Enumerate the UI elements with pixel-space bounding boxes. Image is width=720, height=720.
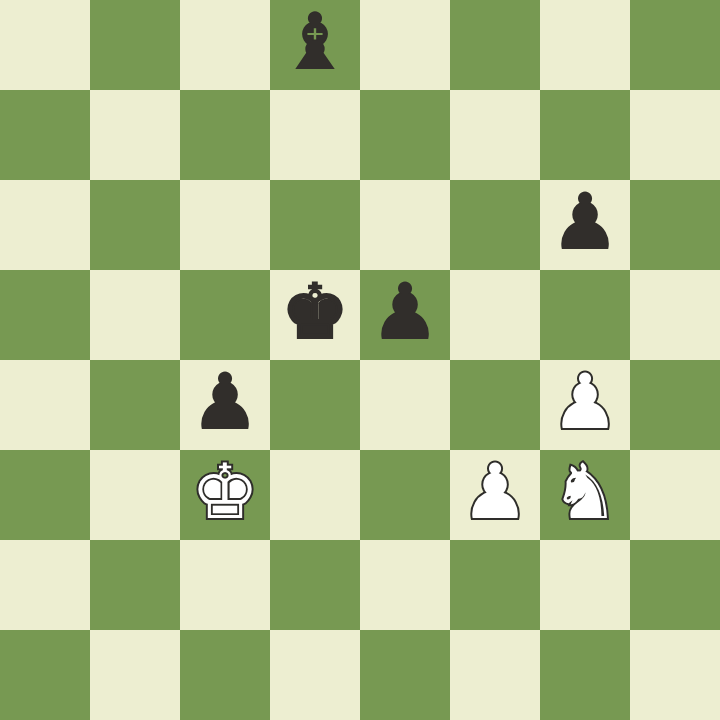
- square-h8[interactable]: [630, 0, 720, 90]
- square-a1[interactable]: [0, 630, 90, 720]
- square-b6[interactable]: [90, 180, 180, 270]
- square-f4[interactable]: [450, 360, 540, 450]
- black-king[interactable]: ♚: [281, 274, 349, 350]
- black-pawn[interactable]: ♟: [191, 364, 259, 440]
- white-knight[interactable]: ♞: [551, 454, 619, 530]
- square-h3[interactable]: [630, 450, 720, 540]
- square-b2[interactable]: [90, 540, 180, 630]
- square-a5[interactable]: [0, 270, 90, 360]
- square-e7[interactable]: [360, 90, 450, 180]
- white-pawn[interactable]: ♟: [551, 364, 619, 440]
- square-h6[interactable]: [630, 180, 720, 270]
- white-pawn[interactable]: ♟: [461, 454, 529, 530]
- square-f2[interactable]: [450, 540, 540, 630]
- square-h4[interactable]: [630, 360, 720, 450]
- square-f8[interactable]: [450, 0, 540, 90]
- square-e1[interactable]: [360, 630, 450, 720]
- square-g6[interactable]: ♟: [540, 180, 630, 270]
- square-e8[interactable]: [360, 0, 450, 90]
- square-d7[interactable]: [270, 90, 360, 180]
- square-g2[interactable]: [540, 540, 630, 630]
- square-e6[interactable]: [360, 180, 450, 270]
- square-d6[interactable]: [270, 180, 360, 270]
- square-c3[interactable]: ♚: [180, 450, 270, 540]
- square-g7[interactable]: [540, 90, 630, 180]
- square-a7[interactable]: [0, 90, 90, 180]
- square-g1[interactable]: [540, 630, 630, 720]
- square-g8[interactable]: [540, 0, 630, 90]
- square-a8[interactable]: [0, 0, 90, 90]
- black-pawn[interactable]: ♟: [371, 274, 439, 350]
- square-b3[interactable]: [90, 450, 180, 540]
- square-c1[interactable]: [180, 630, 270, 720]
- square-c5[interactable]: [180, 270, 270, 360]
- square-f5[interactable]: [450, 270, 540, 360]
- square-d2[interactable]: [270, 540, 360, 630]
- square-f1[interactable]: [450, 630, 540, 720]
- square-c6[interactable]: [180, 180, 270, 270]
- square-d3[interactable]: [270, 450, 360, 540]
- square-a4[interactable]: [0, 360, 90, 450]
- chess-board: ♝♟♚♟♟♟♚♟♞: [0, 0, 720, 720]
- square-h2[interactable]: [630, 540, 720, 630]
- square-b7[interactable]: [90, 90, 180, 180]
- square-d5[interactable]: ♚: [270, 270, 360, 360]
- square-d8[interactable]: ♝: [270, 0, 360, 90]
- square-a3[interactable]: [0, 450, 90, 540]
- square-b4[interactable]: [90, 360, 180, 450]
- square-d4[interactable]: [270, 360, 360, 450]
- square-b1[interactable]: [90, 630, 180, 720]
- square-g5[interactable]: [540, 270, 630, 360]
- square-e3[interactable]: [360, 450, 450, 540]
- black-bishop[interactable]: ♝: [281, 4, 349, 80]
- square-d1[interactable]: [270, 630, 360, 720]
- square-c7[interactable]: [180, 90, 270, 180]
- square-c2[interactable]: [180, 540, 270, 630]
- square-c8[interactable]: [180, 0, 270, 90]
- square-a2[interactable]: [0, 540, 90, 630]
- square-e2[interactable]: [360, 540, 450, 630]
- square-e4[interactable]: [360, 360, 450, 450]
- square-f7[interactable]: [450, 90, 540, 180]
- square-h1[interactable]: [630, 630, 720, 720]
- square-g3[interactable]: ♞: [540, 450, 630, 540]
- square-e5[interactable]: ♟: [360, 270, 450, 360]
- square-h5[interactable]: [630, 270, 720, 360]
- square-g4[interactable]: ♟: [540, 360, 630, 450]
- square-a6[interactable]: [0, 180, 90, 270]
- square-f6[interactable]: [450, 180, 540, 270]
- white-king[interactable]: ♚: [191, 454, 259, 530]
- square-c4[interactable]: ♟: [180, 360, 270, 450]
- square-b5[interactable]: [90, 270, 180, 360]
- square-h7[interactable]: [630, 90, 720, 180]
- square-b8[interactable]: [90, 0, 180, 90]
- black-pawn[interactable]: ♟: [551, 184, 619, 260]
- square-f3[interactable]: ♟: [450, 450, 540, 540]
